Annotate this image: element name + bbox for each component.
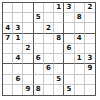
cell-r7c4[interactable] <box>34 64 44 74</box>
cell-r2c5[interactable] <box>44 13 54 23</box>
cell-r7c7[interactable] <box>64 64 74 74</box>
cell-r2c9[interactable] <box>85 13 95 23</box>
given-digit: 3 <box>67 4 72 11</box>
cell-r8c3[interactable] <box>23 75 33 85</box>
cell-r5c3[interactable]: 2 <box>23 44 33 54</box>
cell-r5c7[interactable]: 6 <box>64 44 74 54</box>
cell-r7c2[interactable] <box>13 64 23 74</box>
cell-r3c3[interactable] <box>23 23 33 33</box>
cell-r2c7[interactable] <box>64 13 74 23</box>
given-digit: 3 <box>87 55 92 62</box>
given-digit: 6 <box>46 65 51 72</box>
cell-r6c9[interactable]: 3 <box>85 54 95 64</box>
cell-r3c6[interactable] <box>54 23 64 33</box>
given-digit: 4 <box>77 35 82 42</box>
given-digit: 6 <box>15 76 20 83</box>
cell-r9c8[interactable] <box>75 85 85 95</box>
cell-r9c2[interactable] <box>13 85 23 95</box>
cell-r4c2[interactable]: 1 <box>13 34 23 44</box>
cell-r4c6[interactable]: 8 <box>54 34 64 44</box>
cell-r3c1[interactable]: 4 <box>3 23 13 33</box>
cell-r3c4[interactable] <box>34 23 44 33</box>
cell-r1c5[interactable] <box>44 3 54 13</box>
cell-r5c5[interactable] <box>44 44 54 54</box>
cell-r9c7[interactable]: 5 <box>64 85 74 95</box>
given-digit: 4 <box>5 25 10 32</box>
cell-r7c8[interactable] <box>75 64 85 74</box>
cell-r5c8[interactable] <box>75 44 85 54</box>
given-digit: 7 <box>5 35 10 42</box>
cell-r1c9[interactable]: 2 <box>85 3 95 13</box>
cell-r9c9[interactable] <box>85 85 95 95</box>
cell-r5c1[interactable] <box>3 44 13 54</box>
cell-r5c6[interactable] <box>54 44 64 54</box>
cell-r4c4[interactable] <box>34 34 44 44</box>
cell-r4c8[interactable]: 4 <box>75 34 85 44</box>
cell-r9c4[interactable]: 8 <box>34 85 44 95</box>
cell-r1c2[interactable] <box>13 3 23 13</box>
given-digit: 3 <box>15 25 20 32</box>
cell-r3c9[interactable] <box>85 23 95 33</box>
cell-r6c1[interactable] <box>3 54 13 64</box>
cell-r6c2[interactable]: 4 <box>13 54 23 64</box>
given-digit: 1 <box>15 35 20 42</box>
cell-r6c7[interactable] <box>64 54 74 64</box>
given-digit: 2 <box>87 4 92 11</box>
cell-r8c2[interactable]: 6 <box>13 75 23 85</box>
cell-r9c1[interactable] <box>3 85 13 95</box>
given-digit: 1 <box>77 55 82 62</box>
cell-r1c4[interactable] <box>34 3 44 13</box>
cell-r7c1[interactable] <box>3 64 13 74</box>
cell-r1c3[interactable] <box>23 3 33 13</box>
cell-r2c6[interactable] <box>54 13 64 23</box>
cell-r6c3[interactable] <box>23 54 33 64</box>
cell-r8c6[interactable]: 5 <box>54 75 64 85</box>
cell-r6c4[interactable]: 6 <box>34 54 44 64</box>
given-digit: 8 <box>36 86 41 93</box>
cell-r3c8[interactable] <box>75 23 85 33</box>
cell-r5c4[interactable] <box>34 44 44 54</box>
cell-r9c5[interactable] <box>44 85 54 95</box>
given-digit: 5 <box>56 76 61 83</box>
cell-r4c1[interactable]: 7 <box>3 34 13 44</box>
cell-r5c9[interactable] <box>85 44 95 54</box>
cell-r9c6[interactable] <box>54 85 64 95</box>
cell-r7c3[interactable] <box>23 64 33 74</box>
cell-r2c3[interactable] <box>23 13 33 23</box>
cell-r6c6[interactable] <box>54 54 64 64</box>
cell-r8c4[interactable] <box>34 75 44 85</box>
cell-r2c4[interactable]: 5 <box>34 13 44 23</box>
cell-r1c8[interactable] <box>75 3 85 13</box>
cell-r3c7[interactable] <box>64 23 74 33</box>
given-digit: 9 <box>26 86 31 93</box>
cell-r3c2[interactable]: 3 <box>13 23 23 33</box>
cell-r4c7[interactable] <box>64 34 74 44</box>
cell-r1c1[interactable] <box>3 3 13 13</box>
cell-r8c9[interactable] <box>85 75 95 85</box>
given-digit: 8 <box>56 35 61 42</box>
given-digit: 9 <box>87 65 92 72</box>
cell-r3c5[interactable]: 2 <box>44 23 54 33</box>
given-digit: 5 <box>36 14 41 21</box>
cell-r8c1[interactable] <box>3 75 13 85</box>
cell-r1c7[interactable]: 3 <box>64 3 74 13</box>
sudoku-board: 1325843271842646136965985 <box>2 2 96 96</box>
cell-r4c3[interactable] <box>23 34 33 44</box>
cell-r8c8[interactable] <box>75 75 85 85</box>
given-digit: 5 <box>67 86 72 93</box>
cell-r7c9[interactable]: 9 <box>85 64 95 74</box>
cell-r2c2[interactable] <box>13 13 23 23</box>
given-digit: 6 <box>36 55 41 62</box>
given-digit: 4 <box>15 55 20 62</box>
cell-r5c2[interactable] <box>13 44 23 54</box>
cell-r6c8[interactable]: 1 <box>75 54 85 64</box>
cell-r8c5[interactable] <box>44 75 54 85</box>
cell-r6c5[interactable] <box>44 54 54 64</box>
given-digit: 6 <box>67 45 72 52</box>
cell-r2c8[interactable]: 8 <box>75 13 85 23</box>
cell-r9c3[interactable]: 9 <box>23 85 33 95</box>
given-digit: 8 <box>77 14 82 21</box>
given-digit: 1 <box>56 4 61 11</box>
given-digit: 2 <box>46 25 51 32</box>
cell-r7c5[interactable]: 6 <box>44 64 54 74</box>
cell-r2c1[interactable] <box>3 13 13 23</box>
cell-r4c5[interactable] <box>44 34 54 44</box>
cell-r1c6[interactable]: 1 <box>54 3 64 13</box>
cell-r7c6[interactable] <box>54 64 64 74</box>
cell-r8c7[interactable] <box>64 75 74 85</box>
cell-r4c9[interactable] <box>85 34 95 44</box>
given-digit: 2 <box>26 45 31 52</box>
